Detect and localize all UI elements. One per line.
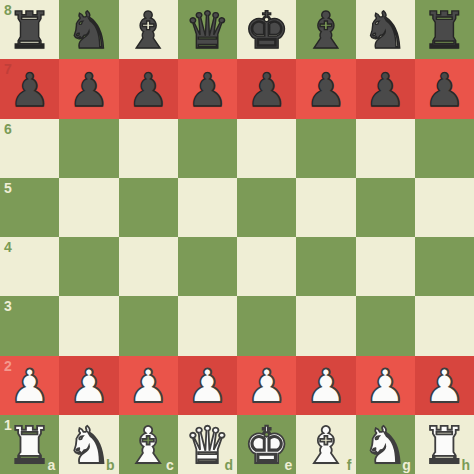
- square-b8[interactable]: ♞: [59, 0, 118, 59]
- piece-black-pawn[interactable]: ♟: [365, 67, 406, 113]
- square-f3[interactable]: [296, 296, 355, 355]
- piece-black-rook[interactable]: ♜: [7, 5, 53, 56]
- square-h5[interactable]: [415, 178, 474, 237]
- square-b3[interactable]: [59, 296, 118, 355]
- square-h4[interactable]: [415, 237, 474, 296]
- square-d6[interactable]: [178, 119, 237, 178]
- chess-board: 8♜♞♝♛♚♝♞♜7♟♟♟♟♟♟♟♟65432♟♟♟♟♟♟♟♟1a♜b♞c♝d♛…: [0, 0, 474, 474]
- rank-label-6: 6: [4, 122, 12, 136]
- square-g6[interactable]: [356, 119, 415, 178]
- square-b5[interactable]: [59, 178, 118, 237]
- piece-black-pawn[interactable]: ♟: [9, 67, 50, 113]
- piece-white-bishop[interactable]: ♝: [125, 420, 171, 471]
- square-f1[interactable]: f♝: [296, 415, 355, 474]
- square-h2[interactable]: ♟: [415, 356, 474, 415]
- piece-white-rook[interactable]: ♜: [7, 420, 53, 471]
- square-f4[interactable]: [296, 237, 355, 296]
- square-c6[interactable]: [119, 119, 178, 178]
- rank-label-5: 5: [4, 181, 12, 195]
- piece-black-pawn[interactable]: ♟: [424, 67, 465, 113]
- piece-white-knight[interactable]: ♞: [66, 420, 112, 471]
- square-d8[interactable]: ♛: [178, 0, 237, 59]
- piece-white-knight[interactable]: ♞: [362, 420, 408, 471]
- square-g7[interactable]: ♟: [356, 59, 415, 118]
- square-d7[interactable]: ♟: [178, 59, 237, 118]
- square-e7[interactable]: ♟: [237, 59, 296, 118]
- square-g5[interactable]: [356, 178, 415, 237]
- square-h1[interactable]: h♜: [415, 415, 474, 474]
- square-a5[interactable]: 5: [0, 178, 59, 237]
- square-a2[interactable]: 2♟: [0, 356, 59, 415]
- square-b6[interactable]: [59, 119, 118, 178]
- piece-white-pawn[interactable]: ♟: [68, 363, 109, 409]
- square-a6[interactable]: 6: [0, 119, 59, 178]
- piece-black-king[interactable]: ♚: [244, 5, 290, 56]
- square-a4[interactable]: 4: [0, 237, 59, 296]
- square-b4[interactable]: [59, 237, 118, 296]
- square-b7[interactable]: ♟: [59, 59, 118, 118]
- square-h6[interactable]: [415, 119, 474, 178]
- square-g3[interactable]: [356, 296, 415, 355]
- piece-white-pawn[interactable]: ♟: [424, 363, 465, 409]
- square-e1[interactable]: e♚: [237, 415, 296, 474]
- square-g4[interactable]: [356, 237, 415, 296]
- piece-black-bishop[interactable]: ♝: [303, 5, 349, 56]
- square-f6[interactable]: [296, 119, 355, 178]
- piece-black-pawn[interactable]: ♟: [128, 67, 169, 113]
- square-c8[interactable]: ♝: [119, 0, 178, 59]
- square-d1[interactable]: d♛: [178, 415, 237, 474]
- piece-white-king[interactable]: ♚: [244, 420, 290, 471]
- piece-white-queen[interactable]: ♛: [185, 420, 231, 471]
- piece-black-rook[interactable]: ♜: [422, 5, 468, 56]
- square-a7[interactable]: 7♟: [0, 59, 59, 118]
- piece-white-pawn[interactable]: ♟: [365, 363, 406, 409]
- piece-white-pawn[interactable]: ♟: [9, 363, 50, 409]
- square-g1[interactable]: g♞: [356, 415, 415, 474]
- square-g8[interactable]: ♞: [356, 0, 415, 59]
- square-e5[interactable]: [237, 178, 296, 237]
- square-d4[interactable]: [178, 237, 237, 296]
- square-d3[interactable]: [178, 296, 237, 355]
- square-a3[interactable]: 3: [0, 296, 59, 355]
- square-c7[interactable]: ♟: [119, 59, 178, 118]
- piece-black-knight[interactable]: ♞: [362, 5, 408, 56]
- square-f8[interactable]: ♝: [296, 0, 355, 59]
- piece-black-pawn[interactable]: ♟: [305, 67, 346, 113]
- square-c1[interactable]: c♝: [119, 415, 178, 474]
- square-e8[interactable]: ♚: [237, 0, 296, 59]
- piece-white-pawn[interactable]: ♟: [187, 363, 228, 409]
- square-f5[interactable]: [296, 178, 355, 237]
- square-h7[interactable]: ♟: [415, 59, 474, 118]
- square-h8[interactable]: ♜: [415, 0, 474, 59]
- square-c4[interactable]: [119, 237, 178, 296]
- rank-label-3: 3: [4, 299, 12, 313]
- piece-black-knight[interactable]: ♞: [66, 5, 112, 56]
- piece-black-queen[interactable]: ♛: [185, 5, 231, 56]
- square-b1[interactable]: b♞: [59, 415, 118, 474]
- piece-black-pawn[interactable]: ♟: [246, 67, 287, 113]
- square-c5[interactable]: [119, 178, 178, 237]
- square-a8[interactable]: 8♜: [0, 0, 59, 59]
- piece-white-pawn[interactable]: ♟: [305, 363, 346, 409]
- rank-label-4: 4: [4, 240, 12, 254]
- square-b2[interactable]: ♟: [59, 356, 118, 415]
- square-d2[interactable]: ♟: [178, 356, 237, 415]
- square-f7[interactable]: ♟: [296, 59, 355, 118]
- piece-black-bishop[interactable]: ♝: [125, 5, 171, 56]
- square-e2[interactable]: ♟: [237, 356, 296, 415]
- piece-white-pawn[interactable]: ♟: [246, 363, 287, 409]
- piece-black-pawn[interactable]: ♟: [68, 67, 109, 113]
- square-e6[interactable]: [237, 119, 296, 178]
- square-e4[interactable]: [237, 237, 296, 296]
- square-c3[interactable]: [119, 296, 178, 355]
- piece-white-bishop[interactable]: ♝: [303, 420, 349, 471]
- square-h3[interactable]: [415, 296, 474, 355]
- square-a1[interactable]: 1a♜: [0, 415, 59, 474]
- square-d5[interactable]: [178, 178, 237, 237]
- piece-black-pawn[interactable]: ♟: [187, 67, 228, 113]
- square-c2[interactable]: ♟: [119, 356, 178, 415]
- square-g2[interactable]: ♟: [356, 356, 415, 415]
- square-f2[interactable]: ♟: [296, 356, 355, 415]
- square-e3[interactable]: [237, 296, 296, 355]
- piece-white-pawn[interactable]: ♟: [128, 363, 169, 409]
- piece-white-rook[interactable]: ♜: [422, 420, 468, 471]
